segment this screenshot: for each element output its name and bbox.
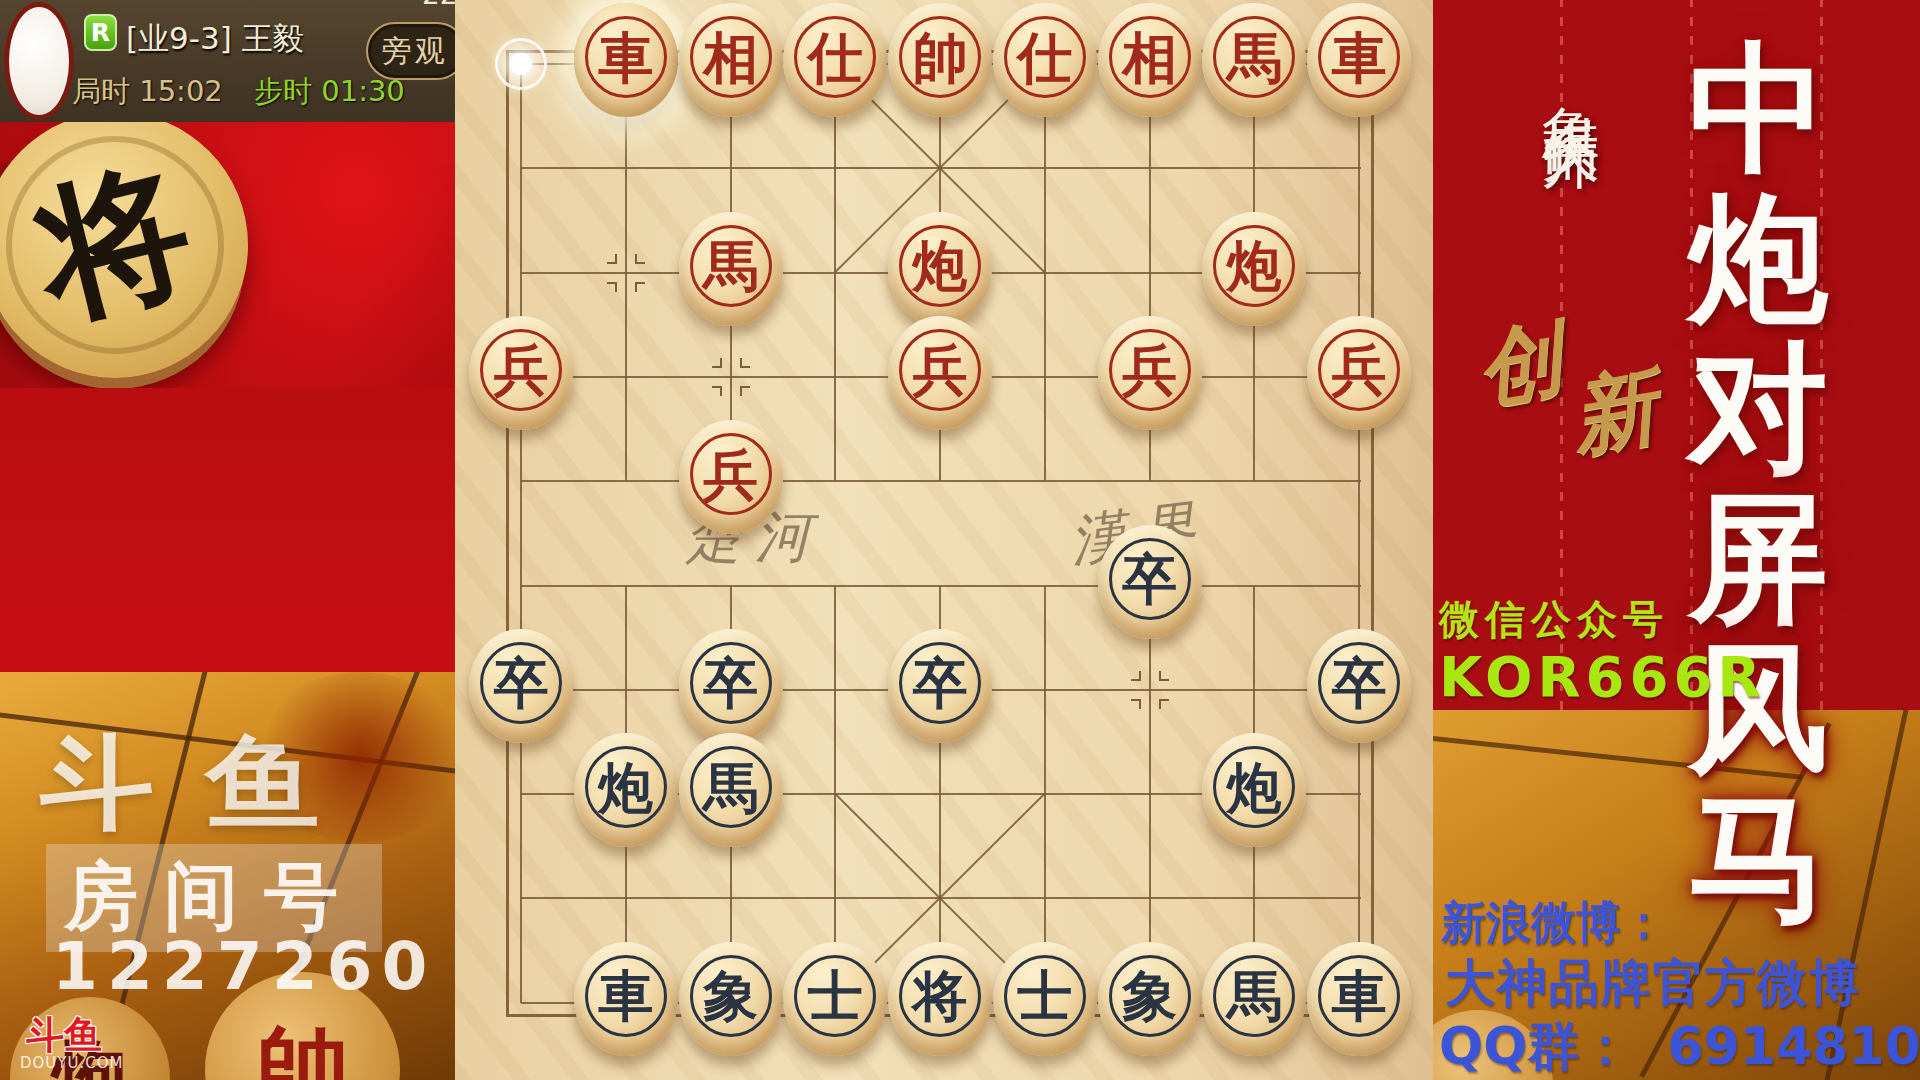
- piece-char: 兵: [703, 447, 758, 502]
- title-char-中: 中: [1682, 34, 1834, 184]
- player-name: [业9-3] 王毅: [126, 18, 304, 60]
- piece-ring: 士: [794, 955, 876, 1037]
- piece-ring: 象: [1109, 955, 1191, 1037]
- piece-ring: 相: [690, 16, 772, 98]
- clipped-counter: 22: [422, 0, 455, 15]
- piece-ring: 卒: [690, 642, 772, 724]
- piece-ring: 仕: [1004, 16, 1086, 98]
- piece-char: 炮: [913, 238, 968, 293]
- piece-char: 兵: [913, 342, 968, 397]
- right-banner-panel: 象棋大师 创 新 中炮对屏风马 微信公众号 KOR666R 新浪微博： 大神品牌…: [1433, 0, 1920, 1080]
- piece-char: 兵: [1332, 342, 1387, 397]
- piece-char: 相: [1122, 30, 1177, 85]
- piece-black-将[interactable]: 将: [888, 942, 992, 1056]
- piece-red-馬[interactable]: 馬: [1202, 3, 1306, 117]
- piece-ring: 馬: [1213, 955, 1295, 1037]
- last-move-dot: [510, 53, 532, 75]
- piece-char: 卒: [494, 655, 549, 710]
- douyu-domain: DOUYU.COM: [20, 1054, 123, 1072]
- piece-char: 兵: [494, 342, 549, 397]
- piece-ring: 帥: [899, 16, 981, 98]
- piece-ring: 卒: [899, 642, 981, 724]
- piece-black-馬[interactable]: 馬: [679, 733, 783, 847]
- piece-black-炮[interactable]: 炮: [574, 733, 678, 847]
- piece-red-馬[interactable]: 馬: [679, 212, 783, 326]
- piece-ring: 兵: [1109, 329, 1191, 411]
- piece-char: 将: [913, 968, 968, 1023]
- spectate-button[interactable]: 旁观: [366, 22, 455, 80]
- piece-red-兵[interactable]: 兵: [469, 316, 573, 430]
- piece-ring: 象: [690, 955, 772, 1037]
- piece-char: 士: [1017, 968, 1072, 1023]
- grid-line: [1149, 586, 1151, 1003]
- piece-red-仕[interactable]: 仕: [783, 3, 887, 117]
- piece-ring: 炮: [1213, 746, 1295, 828]
- grid-line: [521, 585, 1361, 587]
- move-time-label: 步时: [254, 74, 312, 108]
- piece-ring: 卒: [480, 642, 562, 724]
- piece-ring: 炮: [1213, 225, 1295, 307]
- piece-ring: 炮: [585, 746, 667, 828]
- stream-frame: R [业9-3] 王毅 局时 15:02 步时 01:30 22 旁观 将 企业…: [0, 0, 1920, 1080]
- piece-char: 卒: [913, 655, 968, 710]
- piece-red-帥[interactable]: 帥: [888, 3, 992, 117]
- point-marker: [607, 254, 645, 292]
- piece-black-卒[interactable]: 卒: [1307, 629, 1411, 743]
- piece-red-車[interactable]: 車: [574, 3, 678, 117]
- piece-char: 士: [808, 968, 863, 1023]
- point-marker: [712, 358, 750, 396]
- piece-ring: 相: [1109, 16, 1191, 98]
- title-char-对: 对: [1682, 334, 1834, 484]
- piece-char: 仕: [1017, 30, 1072, 85]
- piece-black-馬[interactable]: 馬: [1202, 942, 1306, 1056]
- room-number-value: 1227260: [52, 928, 436, 1005]
- douyu-watermark-logo: 斗鱼: [40, 716, 372, 853]
- wechat-label: 微信公众号: [1439, 592, 1669, 647]
- piece-black-象[interactable]: 象: [679, 942, 783, 1056]
- left-panel: R [业9-3] 王毅 局时 15:02 步时 01:30 22 旁观 将 企业…: [0, 0, 455, 1080]
- piece-ring: 士: [1004, 955, 1086, 1037]
- piece-char: 象: [1122, 968, 1177, 1023]
- piece-red-兵[interactable]: 兵: [1307, 316, 1411, 430]
- board-photo-zone: 帥 炮 斗鱼 房间号 1227260 斗鱼 DOUYU.COM: [0, 672, 455, 1080]
- game-time-value: 15:02: [139, 74, 223, 108]
- piece-ring: 卒: [1318, 642, 1400, 724]
- title-char-马: 马: [1682, 784, 1834, 934]
- piece-ring: 兵: [690, 433, 772, 515]
- piece-ring: 将: [6, 136, 224, 354]
- rank-badge: R: [84, 14, 117, 51]
- piece-ring: 卒: [1109, 538, 1191, 620]
- piece-ring: 車: [1318, 955, 1400, 1037]
- piece-char: 車: [1332, 30, 1387, 85]
- piece-char: 馬: [1227, 30, 1282, 85]
- player-info-bar: R [业9-3] 王毅 局时 15:02 步时 01:30 22 旁观: [0, 0, 455, 122]
- game-time-label: 局时: [72, 74, 130, 108]
- grid-line: [1358, 64, 1360, 1003]
- title-char-炮: 炮: [1682, 184, 1834, 334]
- piece-red-炮[interactable]: 炮: [888, 212, 992, 326]
- piece-ring: 馬: [690, 225, 772, 307]
- piece-char: 象: [703, 968, 758, 1023]
- piece-ring: 炮: [899, 225, 981, 307]
- piece-char: 卒: [1122, 551, 1177, 606]
- piece-black-車[interactable]: 車: [1307, 942, 1411, 1056]
- piece-black-炮[interactable]: 炮: [1202, 733, 1306, 847]
- piece-char: 車: [598, 968, 653, 1023]
- piece-red-車[interactable]: 車: [1307, 3, 1411, 117]
- banner-subtitle: 象棋大师: [1532, 60, 1610, 100]
- piece-ring: 兵: [1318, 329, 1400, 411]
- weibo-name: 大神品牌官方微博: [1445, 950, 1861, 1017]
- general-piece-photo: 将: [0, 122, 455, 388]
- xiangqi-board[interactable]: 楚河 漢界 車相仕帥仕相馬車馬炮炮兵兵兵兵兵卒卒卒卒卒炮馬炮車象士将士象馬車: [455, 0, 1433, 1080]
- general-char: 将: [18, 129, 212, 361]
- piece-red-兵[interactable]: 兵: [1098, 316, 1202, 430]
- piece-black-卒[interactable]: 卒: [1098, 525, 1202, 639]
- piece-char: 炮: [1227, 238, 1282, 293]
- piece-ring: 馬: [1213, 16, 1295, 98]
- piece-black-車[interactable]: 車: [574, 942, 678, 1056]
- piece-char: 馬: [1227, 968, 1282, 1023]
- piece-char: 相: [703, 30, 758, 85]
- piece-black-卒[interactable]: 卒: [679, 629, 783, 743]
- banner-title-column: 中炮对屏风马: [1682, 34, 1834, 934]
- piece-ring: 仕: [794, 16, 876, 98]
- piece-char: 馬: [703, 760, 758, 815]
- grid-line: [521, 480, 1361, 482]
- piece-red-仕[interactable]: 仕: [993, 3, 1097, 117]
- piece-red-相[interactable]: 相: [679, 3, 783, 117]
- piece-ring: 兵: [480, 329, 562, 411]
- piece-char: 馬: [703, 238, 758, 293]
- promo-zone: 企业网站： www.kor666r.com B站：大神KOR工作室: [0, 388, 455, 672]
- piece-ring: 車: [585, 16, 667, 98]
- title-char-屏: 屏: [1682, 484, 1834, 634]
- piece-ring: 将: [899, 955, 981, 1037]
- piece-black-象[interactable]: 象: [1098, 942, 1202, 1056]
- piece-red-炮[interactable]: 炮: [1202, 212, 1306, 326]
- piece-char: 炮: [598, 760, 653, 815]
- piece-char: 兵: [1122, 342, 1177, 397]
- piece-black-士[interactable]: 士: [783, 942, 887, 1056]
- wechat-id: KOR666R: [1439, 644, 1766, 709]
- piece-char: 卒: [1332, 655, 1387, 710]
- piece-ring: 兵: [899, 329, 981, 411]
- piece-char: 帥: [913, 30, 968, 85]
- grid-line: [520, 64, 522, 1003]
- piece-ring: 馬: [690, 746, 772, 828]
- piece-red-兵[interactable]: 兵: [888, 316, 992, 430]
- piece-char: 仕: [808, 30, 863, 85]
- piece-black-士[interactable]: 士: [993, 942, 1097, 1056]
- piece-char: 車: [598, 30, 653, 85]
- clock-row: 局时 15:02 步时 01:30: [72, 72, 405, 112]
- piece-char: 卒: [703, 655, 758, 710]
- piece-red-兵[interactable]: 兵: [679, 420, 783, 534]
- point-marker: [1131, 671, 1169, 709]
- piece-char: 車: [1332, 968, 1387, 1023]
- piece-ring: 車: [585, 955, 667, 1037]
- piece-char: 炮: [1227, 760, 1282, 815]
- qq-group-line: QQ群： 691481002: [1439, 1012, 1920, 1080]
- piece-black-卒[interactable]: 卒: [888, 629, 992, 743]
- weibo-label: 新浪微博：: [1441, 893, 1666, 953]
- piece-red-相[interactable]: 相: [1098, 3, 1202, 117]
- piece-ring: 車: [1318, 16, 1400, 98]
- avatar[interactable]: [4, 2, 74, 120]
- piece-black-卒[interactable]: 卒: [469, 629, 573, 743]
